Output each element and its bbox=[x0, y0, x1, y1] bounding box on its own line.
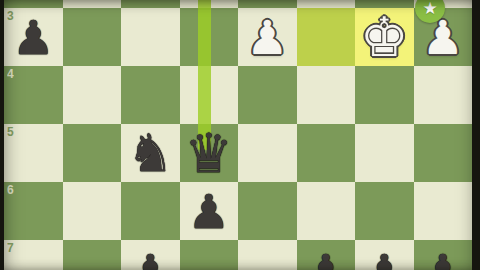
square-a4[interactable] bbox=[414, 66, 473, 124]
letterbox-right bbox=[472, 0, 480, 270]
piece-black-pawn-f7[interactable]: ♟ bbox=[129, 244, 171, 270]
square-a5[interactable] bbox=[414, 124, 473, 182]
square-h7[interactable]: 7 bbox=[4, 240, 63, 270]
square-c7[interactable]: ♟ bbox=[297, 240, 356, 270]
square-d5[interactable] bbox=[238, 124, 297, 182]
piece-black-pawn-c7[interactable]: ♟ bbox=[305, 244, 347, 270]
piece-black-knight-f5[interactable]: ♞ bbox=[127, 123, 174, 183]
square-c5[interactable] bbox=[297, 124, 356, 182]
square-b3[interactable]: ♚ bbox=[355, 8, 414, 66]
square-h4[interactable]: 4 bbox=[4, 66, 63, 124]
piece-black-queen-e5[interactable]: ♛ bbox=[185, 122, 233, 185]
square-f4[interactable] bbox=[121, 66, 180, 124]
square-c6[interactable] bbox=[297, 182, 356, 240]
piece-white-pawn-d3[interactable]: ♟ bbox=[246, 10, 288, 65]
square-a7[interactable]: ♟ bbox=[414, 240, 473, 270]
piece-black-pawn-a7[interactable]: ♟ bbox=[422, 244, 464, 270]
square-h3[interactable]: 3♟ bbox=[4, 8, 63, 66]
square-c2[interactable] bbox=[297, 0, 356, 8]
square-g6[interactable] bbox=[63, 182, 122, 240]
square-b6[interactable] bbox=[355, 182, 414, 240]
square-b4[interactable] bbox=[355, 66, 414, 124]
piece-black-pawn-e6[interactable]: ♟ bbox=[188, 184, 230, 239]
square-c3[interactable] bbox=[297, 8, 356, 66]
square-g2[interactable] bbox=[63, 0, 122, 8]
square-b7[interactable]: ♟ bbox=[355, 240, 414, 270]
square-d6[interactable] bbox=[238, 182, 297, 240]
piece-black-pawn-h3[interactable]: ♟ bbox=[12, 10, 54, 65]
square-f7[interactable]: ♟ bbox=[121, 240, 180, 270]
square-g7[interactable] bbox=[63, 240, 122, 270]
chess-board: 3♟♟♚♟45♞♛6♟7♟♟♟♟ bbox=[4, 0, 472, 270]
video-frame: 3♟♟♚♟45♞♛6♟7♟♟♟♟ ★ bbox=[0, 0, 480, 270]
square-g4[interactable] bbox=[63, 66, 122, 124]
rank-label-5: 5 bbox=[7, 124, 14, 140]
square-f6[interactable] bbox=[121, 182, 180, 240]
square-h5[interactable]: 5 bbox=[4, 124, 63, 182]
square-f5[interactable]: ♞ bbox=[121, 124, 180, 182]
square-e6[interactable]: ♟ bbox=[180, 182, 239, 240]
square-h2[interactable] bbox=[4, 0, 63, 8]
square-d3[interactable]: ♟ bbox=[238, 8, 297, 66]
rank-label-6: 6 bbox=[7, 182, 14, 198]
rank-label-4: 4 bbox=[7, 66, 14, 82]
piece-black-pawn-b7[interactable]: ♟ bbox=[363, 244, 405, 270]
square-h6[interactable]: 6 bbox=[4, 182, 63, 240]
square-e7[interactable] bbox=[180, 240, 239, 270]
square-g5[interactable] bbox=[63, 124, 122, 182]
piece-white-king-b3[interactable]: ♚ bbox=[360, 6, 408, 69]
square-a6[interactable] bbox=[414, 182, 473, 240]
square-b5[interactable] bbox=[355, 124, 414, 182]
rank-label-7: 7 bbox=[7, 240, 14, 256]
star-icon: ★ bbox=[422, 0, 437, 23]
square-g3[interactable] bbox=[63, 8, 122, 66]
square-f3[interactable] bbox=[121, 8, 180, 66]
square-f2[interactable] bbox=[121, 0, 180, 8]
square-e5[interactable]: ♛ bbox=[180, 124, 239, 182]
letterbox-left bbox=[0, 0, 4, 270]
square-c4[interactable] bbox=[297, 66, 356, 124]
square-d2[interactable] bbox=[238, 0, 297, 8]
square-d4[interactable] bbox=[238, 66, 297, 124]
square-d7[interactable] bbox=[238, 240, 297, 270]
